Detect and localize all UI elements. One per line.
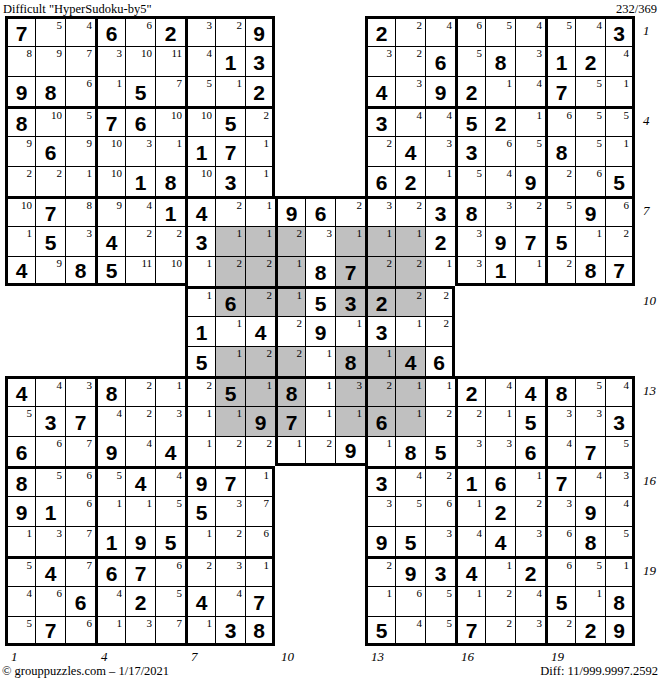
cell-r15c17[interactable]: 3 <box>485 436 515 466</box>
cell-r3c15[interactable]: 9 <box>425 76 455 106</box>
cell-r3c2[interactable]: 8 <box>35 76 65 106</box>
cell-r21c2[interactable]: 7 <box>35 616 65 646</box>
cell-r14c6[interactable]: 3 <box>155 406 185 436</box>
cell-r6c14[interactable]: 2 <box>395 166 425 196</box>
cell-r14c2[interactable]: 3 <box>35 406 65 436</box>
cell-r7c10[interactable]: 9 <box>275 196 305 226</box>
cell-r7c7[interactable]: 4 <box>185 196 215 226</box>
cell-r21c18[interactable]: 3 <box>515 616 545 646</box>
cell-r21c14[interactable]: 4 <box>395 616 425 646</box>
cell-r16c19[interactable]: 7 <box>545 466 575 496</box>
cell-r19c8[interactable]: 3 <box>215 556 245 586</box>
cell-r3c1[interactable]: 9 <box>5 76 35 106</box>
cell-r8c18[interactable]: 7 <box>515 226 545 256</box>
cell-r21c8[interactable]: 3 <box>215 616 245 646</box>
cell-r11c9[interactable]: 4 <box>245 316 275 346</box>
cell-r17c17[interactable]: 2 <box>485 496 515 526</box>
cell-r17c8[interactable]: 3 <box>215 496 245 526</box>
cell-r20c20[interactable]: 1 <box>575 586 605 616</box>
cell-r7c11[interactable]: 6 <box>305 196 335 226</box>
cell-r7c5[interactable]: 4 <box>125 196 155 226</box>
cell-r13c19[interactable]: 8 <box>545 376 575 406</box>
cell-r8c16[interactable]: 3 <box>455 226 485 256</box>
cell-r5c3[interactable]: 9 <box>65 136 95 166</box>
cell-r12c14[interactable]: 4 <box>395 346 425 376</box>
cell-r2c17[interactable]: 8 <box>485 46 515 76</box>
cell-r7c18[interactable]: 2 <box>515 196 545 226</box>
cell-r9c17[interactable]: 1 <box>485 256 515 286</box>
cell-r6c4[interactable]: 10 <box>95 166 125 196</box>
cell-r1c6[interactable]: 2 <box>155 16 185 46</box>
cell-r19c6[interactable]: 6 <box>155 556 185 586</box>
cell-r21c17[interactable]: 2 <box>485 616 515 646</box>
cell-r13c6[interactable]: 1 <box>155 376 185 406</box>
cell-r7c21[interactable]: 6 <box>605 196 635 226</box>
cell-r14c13[interactable]: 6 <box>365 406 395 436</box>
cell-r3c3[interactable]: 6 <box>65 76 95 106</box>
cell-r20c18[interactable]: 4 <box>515 586 545 616</box>
cell-r21c21[interactable]: 9 <box>605 616 635 646</box>
cell-r17c3[interactable]: 6 <box>65 496 95 526</box>
cell-r10c9[interactable]: 2 <box>245 286 275 316</box>
cell-r13c3[interactable]: 3 <box>65 376 95 406</box>
cell-r16c1[interactable]: 8 <box>5 466 35 496</box>
cell-r16c9[interactable]: 1 <box>245 466 275 496</box>
cell-r7c9[interactable]: 1 <box>245 196 275 226</box>
cell-r15c11[interactable]: 2 <box>305 436 335 466</box>
cell-r12c9[interactable]: 2 <box>245 346 275 376</box>
cell-r17c13[interactable]: 3 <box>365 496 395 526</box>
cell-r20c19[interactable]: 5 <box>545 586 575 616</box>
cell-r14c20[interactable]: 3 <box>575 406 605 436</box>
cell-r9c9[interactable]: 2 <box>245 256 275 286</box>
cell-r2c16[interactable]: 5 <box>455 46 485 76</box>
cell-r2c13[interactable]: 3 <box>365 46 395 76</box>
cell-r13c9[interactable]: 1 <box>245 376 275 406</box>
cell-r16c2[interactable]: 5 <box>35 466 65 496</box>
cell-r19c16[interactable]: 4 <box>455 556 485 586</box>
cell-r19c3[interactable]: 7 <box>65 556 95 586</box>
cell-r10c15[interactable]: 2 <box>425 286 455 316</box>
cell-r8c12[interactable]: 1 <box>335 226 365 256</box>
cell-r9c4[interactable]: 5 <box>95 256 125 286</box>
cell-r2c9[interactable]: 3 <box>245 46 275 76</box>
cell-r18c19[interactable]: 6 <box>545 526 575 556</box>
cell-r17c4[interactable]: 1 <box>95 496 125 526</box>
cell-r16c13[interactable]: 3 <box>365 466 395 496</box>
cell-r19c19[interactable]: 6 <box>545 556 575 586</box>
cell-r16c14[interactable]: 4 <box>395 466 425 496</box>
cell-r1c15[interactable]: 4 <box>425 16 455 46</box>
cell-r19c7[interactable]: 2 <box>185 556 215 586</box>
cell-r14c17[interactable]: 1 <box>485 406 515 436</box>
cell-r8c20[interactable]: 1 <box>575 226 605 256</box>
cell-r9c10[interactable]: 1 <box>275 256 305 286</box>
cell-r18c7[interactable]: 1 <box>185 526 215 556</box>
cell-r21c15[interactable]: 5 <box>425 616 455 646</box>
cell-r5c9[interactable]: 1 <box>245 136 275 166</box>
cell-r15c5[interactable]: 4 <box>125 436 155 466</box>
cell-r2c4[interactable]: 3 <box>95 46 125 76</box>
cell-r17c7[interactable]: 5 <box>185 496 215 526</box>
cell-r17c5[interactable]: 1 <box>125 496 155 526</box>
cell-r16c8[interactable]: 7 <box>215 466 245 496</box>
cell-r15c13[interactable]: 1 <box>365 436 395 466</box>
cell-r14c7[interactable]: 1 <box>185 406 215 436</box>
cell-r13c4[interactable]: 8 <box>95 376 125 406</box>
cell-r19c18[interactable]: 2 <box>515 556 545 586</box>
cell-r4c7[interactable]: 10 <box>185 106 215 136</box>
cell-r18c5[interactable]: 9 <box>125 526 155 556</box>
cell-r4c6[interactable]: 10 <box>155 106 185 136</box>
cell-r14c21[interactable]: 3 <box>605 406 635 436</box>
cell-r5c7[interactable]: 1 <box>185 136 215 166</box>
cell-r20c1[interactable]: 4 <box>5 586 35 616</box>
cell-r18c21[interactable]: 5 <box>605 526 635 556</box>
cell-r5c15[interactable]: 3 <box>425 136 455 166</box>
cell-r13c11[interactable]: 1 <box>305 376 335 406</box>
cell-r2c18[interactable]: 3 <box>515 46 545 76</box>
cell-r20c3[interactable]: 6 <box>65 586 95 616</box>
cell-r16c18[interactable]: 1 <box>515 466 545 496</box>
cell-r8c5[interactable]: 2 <box>125 226 155 256</box>
cell-r14c11[interactable]: 1 <box>305 406 335 436</box>
cell-r19c15[interactable]: 3 <box>425 556 455 586</box>
cell-r18c8[interactable]: 2 <box>215 526 245 556</box>
cell-r20c7[interactable]: 4 <box>185 586 215 616</box>
cell-r2c1[interactable]: 8 <box>5 46 35 76</box>
cell-r4c2[interactable]: 10 <box>35 106 65 136</box>
cell-r13c10[interactable]: 8 <box>275 376 305 406</box>
cell-r2c8[interactable]: 1 <box>215 46 245 76</box>
cell-r16c21[interactable]: 3 <box>605 466 635 496</box>
cell-r1c4[interactable]: 6 <box>95 16 125 46</box>
cell-r19c20[interactable]: 5 <box>575 556 605 586</box>
cell-r7c16[interactable]: 8 <box>455 196 485 226</box>
cell-r6c17[interactable]: 4 <box>485 166 515 196</box>
cell-r15c8[interactable]: 2 <box>215 436 245 466</box>
cell-r13c14[interactable]: 1 <box>395 376 425 406</box>
cell-r8c7[interactable]: 3 <box>185 226 215 256</box>
cell-r21c4[interactable]: 1 <box>95 616 125 646</box>
cell-r8c14[interactable]: 1 <box>395 226 425 256</box>
cell-r8c15[interactable]: 2 <box>425 226 455 256</box>
cell-r16c4[interactable]: 5 <box>95 466 125 496</box>
cell-r2c15[interactable]: 6 <box>425 46 455 76</box>
cell-r14c15[interactable]: 2 <box>425 406 455 436</box>
cell-r5c4[interactable]: 10 <box>95 136 125 166</box>
cell-r2c6[interactable]: 11 <box>155 46 185 76</box>
cell-r7c1[interactable]: 10 <box>5 196 35 226</box>
cell-r1c5[interactable]: 6 <box>125 16 155 46</box>
cell-r5c8[interactable]: 7 <box>215 136 245 166</box>
cell-r14c10[interactable]: 7 <box>275 406 305 436</box>
cell-r8c4[interactable]: 4 <box>95 226 125 256</box>
cell-r5c13[interactable]: 2 <box>365 136 395 166</box>
cell-r20c13[interactable]: 1 <box>365 586 395 616</box>
cell-r12c7[interactable]: 5 <box>185 346 215 376</box>
cell-r6c2[interactable]: 2 <box>35 166 65 196</box>
cell-r5c1[interactable]: 9 <box>5 136 35 166</box>
cell-r4c20[interactable]: 5 <box>575 106 605 136</box>
cell-r7c8[interactable]: 2 <box>215 196 245 226</box>
cell-r4c13[interactable]: 3 <box>365 106 395 136</box>
cell-r4c21[interactable]: 5 <box>605 106 635 136</box>
cell-r5c2[interactable]: 6 <box>35 136 65 166</box>
cell-r14c8[interactable]: 1 <box>215 406 245 436</box>
cell-r1c16[interactable]: 6 <box>455 16 485 46</box>
cell-r15c16[interactable]: 3 <box>455 436 485 466</box>
cell-r9c1[interactable]: 4 <box>5 256 35 286</box>
cell-r13c16[interactable]: 2 <box>455 376 485 406</box>
cell-r17c14[interactable]: 5 <box>395 496 425 526</box>
cell-r17c21[interactable]: 4 <box>605 496 635 526</box>
cell-r6c1[interactable]: 2 <box>5 166 35 196</box>
cell-r11c12[interactable]: 1 <box>335 316 365 346</box>
cell-r21c1[interactable]: 5 <box>5 616 35 646</box>
cell-r2c3[interactable]: 7 <box>65 46 95 76</box>
cell-r18c4[interactable]: 1 <box>95 526 125 556</box>
cell-r21c3[interactable]: 6 <box>65 616 95 646</box>
cell-r5c6[interactable]: 1 <box>155 136 185 166</box>
cell-r2c7[interactable]: 4 <box>185 46 215 76</box>
cell-r6c6[interactable]: 8 <box>155 166 185 196</box>
cell-r9c14[interactable]: 2 <box>395 256 425 286</box>
cell-r8c3[interactable]: 3 <box>65 226 95 256</box>
cell-r17c15[interactable]: 6 <box>425 496 455 526</box>
cell-r6c19[interactable]: 2 <box>545 166 575 196</box>
cell-r10c11[interactable]: 5 <box>305 286 335 316</box>
cell-r8c9[interactable]: 1 <box>245 226 275 256</box>
cell-r7c19[interactable]: 5 <box>545 196 575 226</box>
cell-r3c21[interactable]: 1 <box>605 76 635 106</box>
cell-r4c19[interactable]: 6 <box>545 106 575 136</box>
cell-r17c16[interactable]: 1 <box>455 496 485 526</box>
cell-r4c4[interactable]: 7 <box>95 106 125 136</box>
cell-r4c14[interactable]: 4 <box>395 106 425 136</box>
cell-r16c3[interactable]: 6 <box>65 466 95 496</box>
cell-r18c2[interactable]: 3 <box>35 526 65 556</box>
cell-r6c5[interactable]: 1 <box>125 166 155 196</box>
cell-r13c12[interactable]: 3 <box>335 376 365 406</box>
cell-r18c1[interactable]: 1 <box>5 526 35 556</box>
cell-r17c6[interactable]: 5 <box>155 496 185 526</box>
cell-r15c2[interactable]: 6 <box>35 436 65 466</box>
cell-r1c13[interactable]: 2 <box>365 16 395 46</box>
cell-r2c14[interactable]: 2 <box>395 46 425 76</box>
cell-r20c9[interactable]: 7 <box>245 586 275 616</box>
cell-r20c14[interactable]: 6 <box>395 586 425 616</box>
cell-r14c12[interactable]: 1 <box>335 406 365 436</box>
cell-r16c20[interactable]: 4 <box>575 466 605 496</box>
cell-r9c7[interactable]: 1 <box>185 256 215 286</box>
cell-r13c1[interactable]: 4 <box>5 376 35 406</box>
cell-r21c7[interactable]: 1 <box>185 616 215 646</box>
cell-r18c13[interactable]: 9 <box>365 526 395 556</box>
cell-r13c2[interactable]: 4 <box>35 376 65 406</box>
cell-r11c8[interactable]: 1 <box>215 316 245 346</box>
cell-r9c2[interactable]: 9 <box>35 256 65 286</box>
cell-r3c8[interactable]: 1 <box>215 76 245 106</box>
cell-r6c13[interactable]: 6 <box>365 166 395 196</box>
cell-r19c5[interactable]: 7 <box>125 556 155 586</box>
cell-r13c5[interactable]: 2 <box>125 376 155 406</box>
cell-r8c17[interactable]: 9 <box>485 226 515 256</box>
cell-r3c19[interactable]: 7 <box>545 76 575 106</box>
cell-r16c15[interactable]: 2 <box>425 466 455 496</box>
cell-r19c2[interactable]: 4 <box>35 556 65 586</box>
cell-r21c19[interactable]: 2 <box>545 616 575 646</box>
cell-r18c14[interactable]: 5 <box>395 526 425 556</box>
cell-r8c21[interactable]: 2 <box>605 226 635 256</box>
cell-r1c2[interactable]: 5 <box>35 16 65 46</box>
cell-r3c14[interactable]: 3 <box>395 76 425 106</box>
cell-r7c2[interactable]: 7 <box>35 196 65 226</box>
cell-r1c19[interactable]: 5 <box>545 16 575 46</box>
cell-r20c5[interactable]: 2 <box>125 586 155 616</box>
cell-r3c9[interactable]: 2 <box>245 76 275 106</box>
cell-r13c18[interactable]: 4 <box>515 376 545 406</box>
cell-r4c8[interactable]: 5 <box>215 106 245 136</box>
cell-r6c8[interactable]: 3 <box>215 166 245 196</box>
cell-r19c4[interactable]: 6 <box>95 556 125 586</box>
cell-r16c17[interactable]: 6 <box>485 466 515 496</box>
cell-r9c15[interactable]: 1 <box>425 256 455 286</box>
cell-r14c5[interactable]: 2 <box>125 406 155 436</box>
cell-r17c1[interactable]: 9 <box>5 496 35 526</box>
cell-r10c14[interactable]: 2 <box>395 286 425 316</box>
cell-r6c16[interactable]: 5 <box>455 166 485 196</box>
cell-r14c4[interactable]: 4 <box>95 406 125 436</box>
cell-r17c19[interactable]: 3 <box>545 496 575 526</box>
cell-r7c6[interactable]: 1 <box>155 196 185 226</box>
cell-r7c13[interactable]: 3 <box>365 196 395 226</box>
cell-r9c6[interactable]: 10 <box>155 256 185 286</box>
cell-r8c2[interactable]: 5 <box>35 226 65 256</box>
cell-r6c20[interactable]: 6 <box>575 166 605 196</box>
cell-r9c21[interactable]: 7 <box>605 256 635 286</box>
cell-r15c14[interactable]: 8 <box>395 436 425 466</box>
cell-r6c3[interactable]: 1 <box>65 166 95 196</box>
cell-r5c14[interactable]: 4 <box>395 136 425 166</box>
cell-r7c14[interactable]: 2 <box>395 196 425 226</box>
cell-r20c6[interactable]: 5 <box>155 586 185 616</box>
cell-r7c3[interactable]: 8 <box>65 196 95 226</box>
cell-r9c5[interactable]: 11 <box>125 256 155 286</box>
cell-r7c4[interactable]: 9 <box>95 196 125 226</box>
cell-r20c8[interactable]: 4 <box>215 586 245 616</box>
cell-r14c9[interactable]: 9 <box>245 406 275 436</box>
cell-r19c9[interactable]: 1 <box>245 556 275 586</box>
cell-r3c16[interactable]: 2 <box>455 76 485 106</box>
cell-r10c7[interactable]: 1 <box>185 286 215 316</box>
cell-r16c6[interactable]: 4 <box>155 466 185 496</box>
cell-r5c17[interactable]: 6 <box>485 136 515 166</box>
cell-r3c5[interactable]: 5 <box>125 76 155 106</box>
cell-r4c1[interactable]: 8 <box>5 106 35 136</box>
cell-r7c20[interactable]: 9 <box>575 196 605 226</box>
cell-r14c19[interactable]: 3 <box>545 406 575 436</box>
cell-r10c13[interactable]: 2 <box>365 286 395 316</box>
cell-r13c17[interactable]: 4 <box>485 376 515 406</box>
cell-r9c3[interactable]: 8 <box>65 256 95 286</box>
cell-r21c5[interactable]: 3 <box>125 616 155 646</box>
cell-r18c9[interactable]: 6 <box>245 526 275 556</box>
cell-r8c6[interactable]: 2 <box>155 226 185 256</box>
cell-r13c20[interactable]: 5 <box>575 376 605 406</box>
cell-r5c21[interactable]: 1 <box>605 136 635 166</box>
cell-r15c9[interactable]: 2 <box>245 436 275 466</box>
cell-r4c16[interactable]: 5 <box>455 106 485 136</box>
cell-r21c9[interactable]: 8 <box>245 616 275 646</box>
cell-r9c12[interactable]: 7 <box>335 256 365 286</box>
cell-r15c18[interactable]: 6 <box>515 436 545 466</box>
cell-r18c20[interactable]: 8 <box>575 526 605 556</box>
cell-r18c3[interactable]: 7 <box>65 526 95 556</box>
cell-r3c13[interactable]: 4 <box>365 76 395 106</box>
cell-r20c17[interactable]: 2 <box>485 586 515 616</box>
cell-r9c16[interactable]: 3 <box>455 256 485 286</box>
cell-r4c3[interactable]: 5 <box>65 106 95 136</box>
cell-r10c12[interactable]: 3 <box>335 286 365 316</box>
cell-r10c8[interactable]: 6 <box>215 286 245 316</box>
cell-r1c21[interactable]: 3 <box>605 16 635 46</box>
cell-r15c20[interactable]: 7 <box>575 436 605 466</box>
cell-r15c10[interactable]: 1 <box>275 436 305 466</box>
cell-r18c16[interactable]: 4 <box>455 526 485 556</box>
cell-r2c2[interactable]: 9 <box>35 46 65 76</box>
cell-r2c20[interactable]: 2 <box>575 46 605 76</box>
cell-r14c16[interactable]: 2 <box>455 406 485 436</box>
cell-r5c5[interactable]: 3 <box>125 136 155 166</box>
cell-r2c21[interactable]: 4 <box>605 46 635 76</box>
cell-r11c15[interactable]: 2 <box>425 316 455 346</box>
cell-r1c14[interactable]: 2 <box>395 16 425 46</box>
cell-r9c19[interactable]: 2 <box>545 256 575 286</box>
cell-r6c15[interactable]: 1 <box>425 166 455 196</box>
cell-r19c21[interactable]: 1 <box>605 556 635 586</box>
cell-r7c12[interactable]: 2 <box>335 196 365 226</box>
cell-r1c8[interactable]: 2 <box>215 16 245 46</box>
cell-r11c13[interactable]: 3 <box>365 316 395 346</box>
cell-r1c9[interactable]: 9 <box>245 16 275 46</box>
cell-r8c19[interactable]: 5 <box>545 226 575 256</box>
cell-r21c13[interactable]: 5 <box>365 616 395 646</box>
cell-r3c6[interactable]: 7 <box>155 76 185 106</box>
cell-r16c16[interactable]: 1 <box>455 466 485 496</box>
cell-r18c6[interactable]: 5 <box>155 526 185 556</box>
cell-r13c13[interactable]: 2 <box>365 376 395 406</box>
cell-r3c17[interactable]: 1 <box>485 76 515 106</box>
cell-r15c3[interactable]: 7 <box>65 436 95 466</box>
cell-r8c8[interactable]: 1 <box>215 226 245 256</box>
cell-r16c7[interactable]: 9 <box>185 466 215 496</box>
cell-r9c8[interactable]: 2 <box>215 256 245 286</box>
cell-r2c19[interactable]: 1 <box>545 46 575 76</box>
cell-r1c3[interactable]: 4 <box>65 16 95 46</box>
cell-r20c15[interactable]: 5 <box>425 586 455 616</box>
cell-r18c17[interactable]: 4 <box>485 526 515 556</box>
cell-r5c20[interactable]: 5 <box>575 136 605 166</box>
cell-r5c18[interactable]: 5 <box>515 136 545 166</box>
cell-r8c13[interactable]: 1 <box>365 226 395 256</box>
cell-r15c4[interactable]: 9 <box>95 436 125 466</box>
cell-r19c13[interactable]: 2 <box>365 556 395 586</box>
cell-r8c1[interactable]: 1 <box>5 226 35 256</box>
cell-r4c5[interactable]: 6 <box>125 106 155 136</box>
cell-r15c12[interactable]: 9 <box>335 436 365 466</box>
cell-r20c16[interactable]: 1 <box>455 586 485 616</box>
